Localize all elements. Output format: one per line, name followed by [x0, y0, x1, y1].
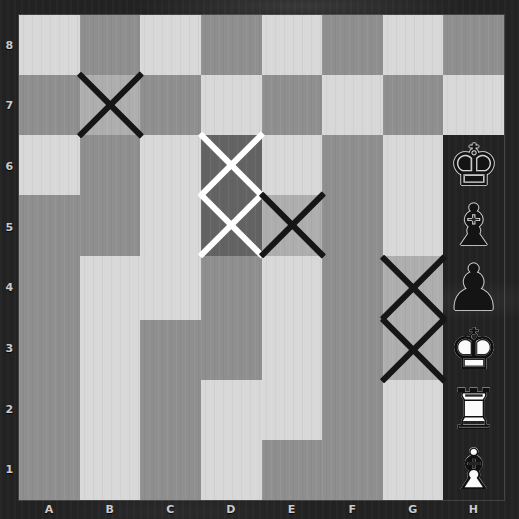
- square-g8[interactable]: [383, 15, 444, 75]
- square-e3[interactable]: [19, 380, 80, 440]
- square-a4[interactable]: [140, 256, 201, 320]
- square-c3[interactable]: [322, 320, 383, 380]
- square-h4[interactable]: [140, 320, 201, 380]
- piece-black-bishop[interactable]: ♝: [443, 195, 504, 255]
- square-a5[interactable]: [80, 195, 141, 255]
- square-a7[interactable]: [19, 75, 80, 135]
- square-d7[interactable]: [201, 75, 262, 135]
- file-label-b: B: [80, 500, 141, 519]
- square-e5[interactable]: [322, 195, 383, 255]
- square-b2[interactable]: [322, 380, 383, 440]
- square-c8[interactable]: [140, 15, 201, 75]
- square-a2[interactable]: [262, 380, 323, 440]
- square-b3[interactable]: [262, 320, 323, 380]
- square-b4[interactable]: [201, 256, 262, 320]
- square-d2[interactable]: [19, 440, 80, 500]
- rank-label-1: 1: [0, 439, 19, 500]
- square-f8[interactable]: [322, 15, 383, 75]
- file-label-g: G: [383, 500, 444, 519]
- square-e2[interactable]: [80, 440, 141, 500]
- square-g4[interactable]: [80, 320, 141, 380]
- square-a6[interactable]: [19, 135, 80, 195]
- square-b6[interactable]: [80, 135, 141, 195]
- rank-label-6: 6: [0, 136, 19, 197]
- rank-label-4: 4: [0, 258, 19, 319]
- square-g2[interactable]: [201, 440, 262, 500]
- piece-black-king[interactable]: ♚: [443, 135, 504, 195]
- square-b8[interactable]: [80, 15, 141, 75]
- chessboard-frame: ♚♝♟♚♔♜♖♝♗ 87654321ABCDEFGH: [0, 0, 519, 519]
- square-f7[interactable]: [322, 75, 383, 135]
- file-label-a: A: [19, 500, 80, 519]
- square-b5[interactable]: [140, 195, 201, 255]
- rank-label-2: 2: [0, 379, 19, 440]
- square-a3[interactable]: [201, 320, 262, 380]
- piece-glyph: ♚: [448, 137, 499, 194]
- square-h8[interactable]: [443, 15, 504, 75]
- square-g7[interactable]: [383, 75, 444, 135]
- square-e6[interactable]: [262, 135, 323, 195]
- square-g3[interactable]: [140, 380, 201, 440]
- square-a1[interactable]: [322, 440, 383, 500]
- square-g6[interactable]: [383, 135, 444, 195]
- square-d4[interactable]: [322, 256, 383, 320]
- square-c7[interactable]: [140, 75, 201, 135]
- square-c6[interactable]: [140, 135, 201, 195]
- piece-glyph-outline: ♖: [448, 381, 499, 438]
- square-h5[interactable]: [80, 256, 141, 320]
- square-h2[interactable]: [262, 440, 323, 500]
- square-f3[interactable]: [80, 380, 141, 440]
- piece-glyph-outline: ♗: [448, 441, 499, 498]
- piece-glyph: ♝: [448, 197, 499, 254]
- rank-label-3: 3: [0, 318, 19, 379]
- piece-black-pawn[interactable]: ♟: [443, 256, 504, 320]
- square-h3[interactable]: [201, 380, 262, 440]
- rank-label-7: 7: [0, 76, 19, 137]
- square-h7[interactable]: [443, 75, 504, 135]
- piece-white-bishop[interactable]: ♝♗: [443, 440, 504, 500]
- file-label-h: H: [443, 500, 504, 519]
- square-f5[interactable]: [383, 195, 444, 255]
- square-e4[interactable]: [383, 256, 444, 320]
- square-a8[interactable]: [19, 15, 80, 75]
- square-d8[interactable]: [201, 15, 262, 75]
- rank-label-5: 5: [0, 197, 19, 258]
- file-label-e: E: [262, 500, 323, 519]
- square-c4[interactable]: [262, 256, 323, 320]
- piece-white-rook[interactable]: ♜♖: [443, 380, 504, 440]
- square-f2[interactable]: [140, 440, 201, 500]
- square-d5[interactable]: [262, 195, 323, 255]
- square-e8[interactable]: [262, 15, 323, 75]
- file-label-d: D: [201, 500, 262, 519]
- square-d3[interactable]: [383, 320, 444, 380]
- piece-glyph-outline: ♔: [448, 321, 499, 378]
- square-d6[interactable]: [201, 135, 262, 195]
- square-f6[interactable]: [322, 135, 383, 195]
- file-label-f: F: [322, 500, 383, 519]
- rank-label-8: 8: [0, 15, 19, 76]
- chessboard: ♚♝♟♚♔♜♖♝♗: [19, 15, 504, 500]
- square-c5[interactable]: [201, 195, 262, 255]
- square-f4[interactable]: [19, 320, 80, 380]
- square-b1[interactable]: [383, 440, 444, 500]
- square-c2[interactable]: [383, 380, 444, 440]
- square-g5[interactable]: [19, 256, 80, 320]
- square-b7[interactable]: [80, 75, 141, 135]
- piece-white-king[interactable]: ♚♔: [443, 320, 504, 380]
- piece-glyph: ♟: [445, 256, 502, 320]
- file-label-c: C: [140, 500, 201, 519]
- square-e7[interactable]: [262, 75, 323, 135]
- square-h6[interactable]: [19, 195, 80, 255]
